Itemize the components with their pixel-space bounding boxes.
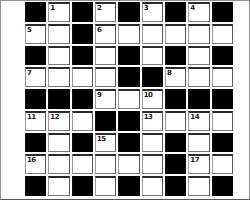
crossword-cell-r8c3[interactable]: [72, 154, 93, 174]
crossword-cell-r9c2[interactable]: [48, 176, 69, 196]
black-cell-r7c3: [72, 133, 93, 153]
crossword-cell-r2c5[interactable]: [118, 24, 139, 44]
clue-number: 16: [27, 156, 36, 164]
crossword-cell-r6c1[interactable]: 11: [25, 111, 46, 131]
black-cell-r9c9: [212, 176, 233, 196]
crossword-cell-r1c8[interactable]: 4: [188, 2, 209, 22]
crossword-cell-r8c2[interactable]: [48, 154, 69, 174]
black-cell-r1c1: [25, 2, 46, 22]
crossword-cell-r8c4[interactable]: [95, 154, 116, 174]
crossword-cell-r6c8[interactable]: 14: [188, 111, 209, 131]
crossword-cell-r9c4[interactable]: [95, 176, 116, 196]
black-cell-r9c5: [118, 176, 139, 196]
black-cell-r6c4: [95, 111, 116, 131]
crossword-cell-r9c8[interactable]: [188, 176, 209, 196]
clue-number: 15: [97, 135, 106, 143]
black-cell-r5c3: [72, 89, 93, 109]
clue-number: 11: [27, 113, 36, 121]
crossword-cell-r5c5[interactable]: [118, 89, 139, 109]
black-cell-r2c3: [72, 24, 93, 44]
black-cell-r6c5: [118, 111, 139, 131]
crossword-cell-r6c9[interactable]: [212, 111, 233, 131]
black-cell-r7c7: [165, 133, 186, 153]
crossword-cell-r6c6[interactable]: 13: [142, 111, 163, 131]
crossword-cell-r4c4[interactable]: [95, 67, 116, 87]
clue-number: 3: [144, 4, 148, 12]
black-cell-r1c3: [72, 2, 93, 22]
crossword-cell-r8c8[interactable]: 17: [188, 154, 209, 174]
clue-number: 6: [97, 26, 101, 34]
black-cell-r4c6: [142, 67, 163, 87]
black-cell-r9c7: [165, 176, 186, 196]
black-cell-r3c3: [72, 46, 93, 66]
clue-number: 13: [144, 113, 153, 121]
black-cell-r9c1: [25, 176, 46, 196]
crossword-cell-r6c3[interactable]: [72, 111, 93, 131]
crossword-cell-r7c6[interactable]: [142, 133, 163, 153]
crossword-cell-r1c2[interactable]: 1: [48, 2, 69, 22]
clue-number: 2: [97, 4, 101, 12]
black-cell-r3c1: [25, 46, 46, 66]
black-cell-r7c1: [25, 133, 46, 153]
crossword-cell-r2c4[interactable]: 6: [95, 24, 116, 44]
crossword-cell-r1c4[interactable]: 2: [95, 2, 116, 22]
crossword-cell-r2c8[interactable]: [188, 24, 209, 44]
crossword-cell-r8c1[interactable]: 16: [25, 154, 46, 174]
crossword-cell-r4c9[interactable]: [212, 67, 233, 87]
black-cell-r7c5: [118, 133, 139, 153]
black-cell-r3c9: [212, 46, 233, 66]
crossword-page: 1234567891011121314151617: [0, 0, 250, 200]
crossword-cell-r7c2[interactable]: [48, 133, 69, 153]
crossword-cell-r2c6[interactable]: [142, 24, 163, 44]
crossword-cell-r3c4[interactable]: [95, 46, 116, 66]
crossword-cell-r3c2[interactable]: [48, 46, 69, 66]
crossword-cell-r2c7[interactable]: [165, 24, 186, 44]
black-cell-r5c1: [25, 89, 46, 109]
crossword-cell-r2c1[interactable]: 5: [25, 24, 46, 44]
crossword-cell-r4c1[interactable]: 7: [25, 67, 46, 87]
black-cell-r5c9: [212, 89, 233, 109]
black-cell-r1c7: [165, 2, 186, 22]
crossword-cell-r9c6[interactable]: [142, 176, 163, 196]
black-cell-r1c5: [118, 2, 139, 22]
black-cell-r7c9: [212, 133, 233, 153]
black-cell-r1c9: [212, 2, 233, 22]
clue-number: 14: [190, 113, 199, 121]
black-cell-r3c7: [165, 46, 186, 66]
black-cell-r5c8: [188, 89, 209, 109]
clue-number: 1: [50, 4, 54, 12]
crossword-cell-r5c6[interactable]: 10: [142, 89, 163, 109]
crossword-cell-r5c4[interactable]: 9: [95, 89, 116, 109]
clue-number: 17: [190, 156, 199, 164]
black-cell-r8c7: [165, 154, 186, 174]
clue-number: 8: [167, 69, 171, 77]
clue-number: 4: [190, 4, 194, 12]
crossword-cell-r8c9[interactable]: [212, 154, 233, 174]
clue-number: 10: [144, 91, 153, 99]
crossword-cell-r7c4[interactable]: 15: [95, 133, 116, 153]
clue-number: 9: [97, 91, 101, 99]
crossword-cell-r1c6[interactable]: 3: [142, 2, 163, 22]
crossword-cell-r6c7[interactable]: [165, 111, 186, 131]
crossword-cell-r3c6[interactable]: [142, 46, 163, 66]
crossword-cell-r8c6[interactable]: [142, 154, 163, 174]
crossword-cell-r6c2[interactable]: 12: [48, 111, 69, 131]
black-cell-r4c5: [118, 67, 139, 87]
crossword-cell-r4c3[interactable]: [72, 67, 93, 87]
crossword-cell-r7c8[interactable]: [188, 133, 209, 153]
clue-number: 7: [27, 69, 31, 77]
crossword-cell-r4c7[interactable]: 8: [165, 67, 186, 87]
crossword-cell-r2c2[interactable]: [48, 24, 69, 44]
crossword-cell-r8c5[interactable]: [118, 154, 139, 174]
black-cell-r5c7: [165, 89, 186, 109]
black-cell-r9c3: [72, 176, 93, 196]
clue-number: 5: [27, 26, 31, 34]
crossword-cell-r2c9[interactable]: [212, 24, 233, 44]
clue-number: 12: [50, 113, 59, 121]
black-cell-r3c5: [118, 46, 139, 66]
crossword-cell-r4c2[interactable]: [48, 67, 69, 87]
crossword-cell-r4c8[interactable]: [188, 67, 209, 87]
black-cell-r5c2: [48, 89, 69, 109]
crossword-grid: 1234567891011121314151617: [25, 2, 233, 196]
crossword-cell-r3c8[interactable]: [188, 46, 209, 66]
